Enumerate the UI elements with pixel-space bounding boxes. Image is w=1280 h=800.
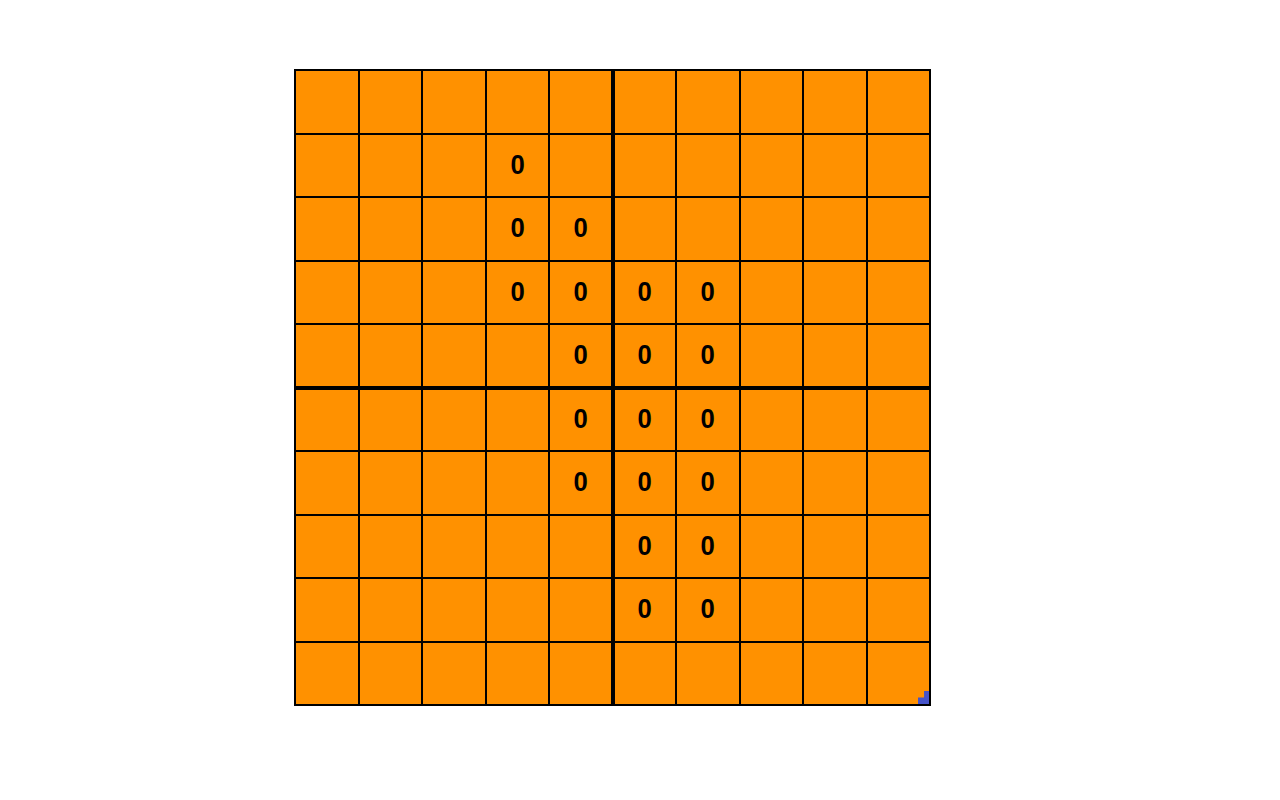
zero-glyph: 0 bbox=[574, 215, 588, 242]
zero-glyph: 0 bbox=[574, 279, 588, 306]
cell-r4c7[interactable]: 0 bbox=[676, 261, 740, 325]
cell-r10c6[interactable] bbox=[613, 642, 677, 706]
zero-glyph: 0 bbox=[637, 342, 651, 369]
zero-glyph: 0 bbox=[637, 596, 651, 623]
cell-r10c5[interactable] bbox=[549, 642, 613, 706]
cell-r2c4[interactable]: 0 bbox=[486, 134, 550, 198]
cell-r2c6[interactable] bbox=[613, 134, 677, 198]
cell-r10c7[interactable] bbox=[676, 642, 740, 706]
cell-r8c7[interactable]: 0 bbox=[676, 515, 740, 579]
cell-r8c4[interactable] bbox=[486, 515, 550, 579]
cell-r7c9[interactable] bbox=[803, 451, 867, 515]
cell-r9c5[interactable] bbox=[549, 578, 613, 642]
zero-glyph: 0 bbox=[701, 279, 715, 306]
cell-r6c6[interactable]: 0 bbox=[613, 388, 677, 452]
cell-r3c3[interactable] bbox=[422, 197, 486, 261]
zero-glyph: 0 bbox=[574, 469, 588, 496]
zero-glyph: 0 bbox=[637, 533, 651, 560]
cell-r9c8[interactable] bbox=[740, 578, 804, 642]
cell-r9c4[interactable] bbox=[486, 578, 550, 642]
cell-r4c5[interactable]: 0 bbox=[549, 261, 613, 325]
cell-r7c10[interactable] bbox=[867, 451, 931, 515]
cell-r6c7[interactable]: 0 bbox=[676, 388, 740, 452]
cell-r5c4[interactable] bbox=[486, 324, 550, 388]
cell-r8c10[interactable] bbox=[867, 515, 931, 579]
cell-r8c3[interactable] bbox=[422, 515, 486, 579]
cell-r2c7[interactable] bbox=[676, 134, 740, 198]
cell-r3c2[interactable] bbox=[359, 197, 423, 261]
cell-r8c6[interactable]: 0 bbox=[613, 515, 677, 579]
cell-r2c8[interactable] bbox=[740, 134, 804, 198]
cell-r1c1[interactable] bbox=[295, 70, 359, 134]
cell-r7c4[interactable] bbox=[486, 451, 550, 515]
cell-r2c9[interactable] bbox=[803, 134, 867, 198]
cell-r9c2[interactable] bbox=[359, 578, 423, 642]
cell-r3c5[interactable]: 0 bbox=[549, 197, 613, 261]
cell-r6c9[interactable] bbox=[803, 388, 867, 452]
cell-r8c1[interactable] bbox=[295, 515, 359, 579]
cell-r8c9[interactable] bbox=[803, 515, 867, 579]
cell-r4c4[interactable]: 0 bbox=[486, 261, 550, 325]
zero-glyph: 0 bbox=[574, 406, 588, 433]
cell-r5c7[interactable]: 0 bbox=[676, 324, 740, 388]
cell-r3c7[interactable] bbox=[676, 197, 740, 261]
zero-glyph: 0 bbox=[701, 406, 715, 433]
zero-glyph: 0 bbox=[637, 469, 651, 496]
zero-glyph: 0 bbox=[510, 279, 524, 306]
cell-r4c3[interactable] bbox=[422, 261, 486, 325]
cell-r5c8[interactable] bbox=[740, 324, 804, 388]
cell-r9c6[interactable]: 0 bbox=[613, 578, 677, 642]
cell-r5c10[interactable] bbox=[867, 324, 931, 388]
cell-r2c1[interactable] bbox=[295, 134, 359, 198]
cell-r6c4[interactable] bbox=[486, 388, 550, 452]
cell-r4c1[interactable] bbox=[295, 261, 359, 325]
zero-glyph: 0 bbox=[574, 342, 588, 369]
cell-r10c4[interactable] bbox=[486, 642, 550, 706]
cell-r1c2[interactable] bbox=[359, 70, 423, 134]
cell-r10c2[interactable] bbox=[359, 642, 423, 706]
cell-r5c6[interactable]: 0 bbox=[613, 324, 677, 388]
zero-glyph: 0 bbox=[701, 596, 715, 623]
cell-r6c8[interactable] bbox=[740, 388, 804, 452]
cell-r1c9[interactable] bbox=[803, 70, 867, 134]
cell-r6c1[interactable] bbox=[295, 388, 359, 452]
cell-r7c1[interactable] bbox=[295, 451, 359, 515]
cell-r4c6[interactable]: 0 bbox=[613, 261, 677, 325]
cell-r6c3[interactable] bbox=[422, 388, 486, 452]
cell-r4c8[interactable] bbox=[740, 261, 804, 325]
cell-r9c9[interactable] bbox=[803, 578, 867, 642]
cell-r3c8[interactable] bbox=[740, 197, 804, 261]
cell-r9c3[interactable] bbox=[422, 578, 486, 642]
thick-horizontal-divider bbox=[295, 386, 930, 390]
zero-glyph: 0 bbox=[637, 406, 651, 433]
cell-r3c9[interactable] bbox=[803, 197, 867, 261]
cell-r2c2[interactable] bbox=[359, 134, 423, 198]
cell-r3c4[interactable]: 0 bbox=[486, 197, 550, 261]
cell-r7c6[interactable]: 0 bbox=[613, 451, 677, 515]
cell-r8c2[interactable] bbox=[359, 515, 423, 579]
cell-r1c7[interactable] bbox=[676, 70, 740, 134]
cell-r1c5[interactable] bbox=[549, 70, 613, 134]
cell-r5c9[interactable] bbox=[803, 324, 867, 388]
zero-glyph: 0 bbox=[701, 469, 715, 496]
zero-glyph: 0 bbox=[510, 215, 524, 242]
cell-r10c9[interactable] bbox=[803, 642, 867, 706]
cell-r8c8[interactable] bbox=[740, 515, 804, 579]
cell-r2c5[interactable] bbox=[549, 134, 613, 198]
board: 00000000000000000000 bbox=[294, 69, 931, 706]
cell-r3c6[interactable] bbox=[613, 197, 677, 261]
cell-r9c7[interactable]: 0 bbox=[676, 578, 740, 642]
zero-glyph: 0 bbox=[701, 342, 715, 369]
cell-r6c10[interactable] bbox=[867, 388, 931, 452]
cell-r3c10[interactable] bbox=[867, 197, 931, 261]
page-canvas: 00000000000000000000 bbox=[0, 0, 1280, 800]
cell-r10c1[interactable] bbox=[295, 642, 359, 706]
zero-glyph: 0 bbox=[701, 533, 715, 560]
cell-r3c1[interactable] bbox=[295, 197, 359, 261]
cell-r7c8[interactable] bbox=[740, 451, 804, 515]
cell-r5c1[interactable] bbox=[295, 324, 359, 388]
cell-r5c5[interactable]: 0 bbox=[549, 324, 613, 388]
cell-r7c7[interactable]: 0 bbox=[676, 451, 740, 515]
cell-r6c2[interactable] bbox=[359, 388, 423, 452]
cell-r8c5[interactable] bbox=[549, 515, 613, 579]
cell-r9c1[interactable] bbox=[295, 578, 359, 642]
cell-r1c6[interactable] bbox=[613, 70, 677, 134]
cell-r1c10[interactable] bbox=[867, 70, 931, 134]
cell-r10c3[interactable] bbox=[422, 642, 486, 706]
cell-r1c3[interactable] bbox=[422, 70, 486, 134]
cell-r10c10[interactable] bbox=[867, 642, 931, 706]
cell-r6c5[interactable]: 0 bbox=[549, 388, 613, 452]
cell-r7c3[interactable] bbox=[422, 451, 486, 515]
cell-r4c2[interactable] bbox=[359, 261, 423, 325]
zero-glyph: 0 bbox=[637, 279, 651, 306]
cell-r4c10[interactable] bbox=[867, 261, 931, 325]
cell-r9c10[interactable] bbox=[867, 578, 931, 642]
cell-r2c3[interactable] bbox=[422, 134, 486, 198]
cell-r5c2[interactable] bbox=[359, 324, 423, 388]
cell-r7c5[interactable]: 0 bbox=[549, 451, 613, 515]
cell-r7c2[interactable] bbox=[359, 451, 423, 515]
zero-glyph: 0 bbox=[510, 152, 524, 179]
cell-r5c3[interactable] bbox=[422, 324, 486, 388]
cell-r1c8[interactable] bbox=[740, 70, 804, 134]
cell-r2c10[interactable] bbox=[867, 134, 931, 198]
cell-r1c4[interactable] bbox=[486, 70, 550, 134]
cell-r10c8[interactable] bbox=[740, 642, 804, 706]
cell-r4c9[interactable] bbox=[803, 261, 867, 325]
